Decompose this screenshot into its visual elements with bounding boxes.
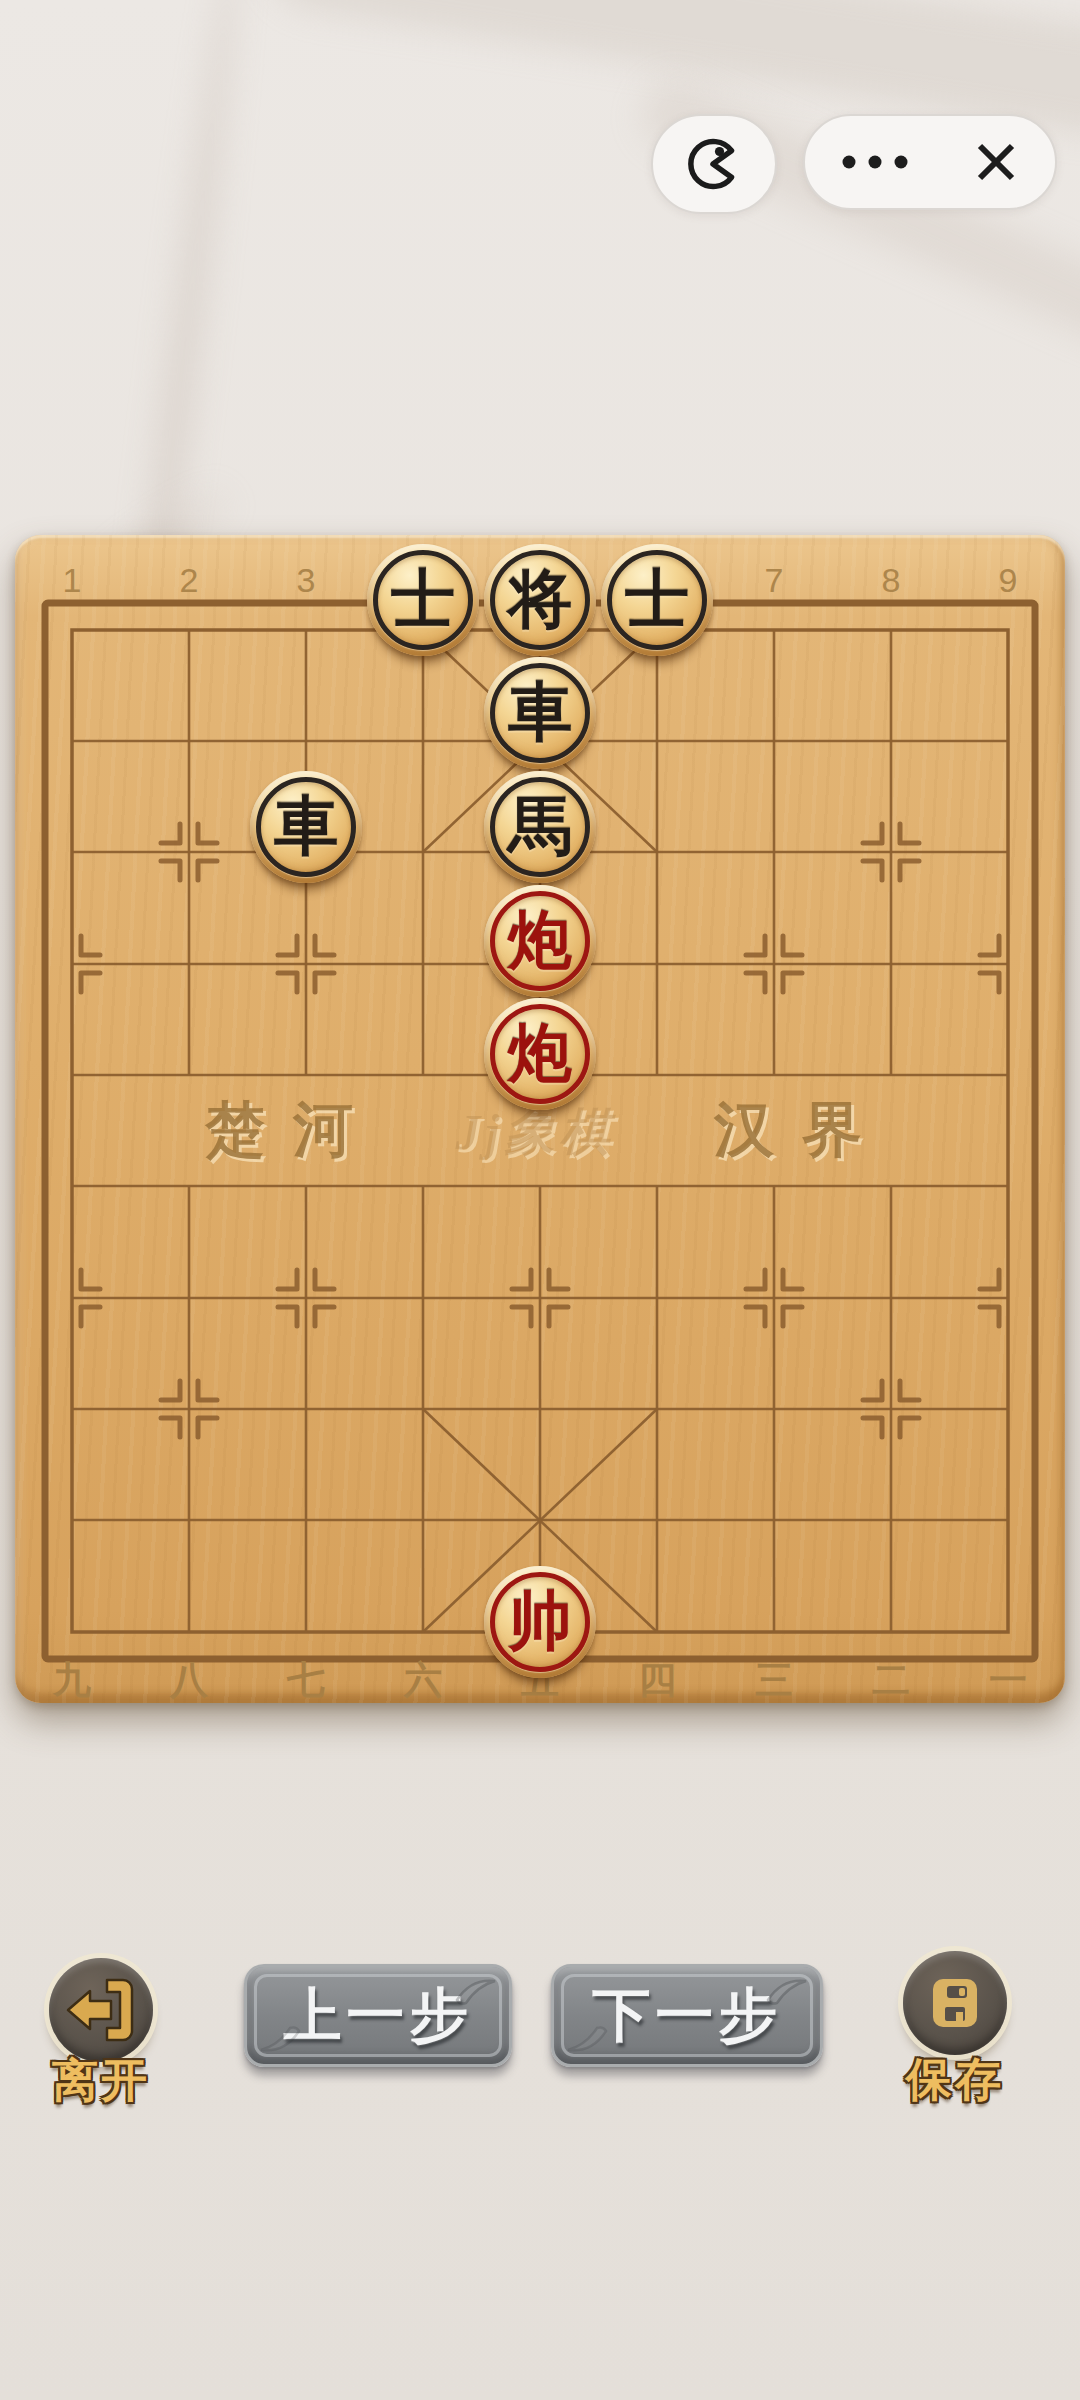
point-marker xyxy=(863,1418,882,1437)
piece-black-士[interactable]: 士 xyxy=(601,544,713,656)
file-label-top-7: 7 xyxy=(765,561,784,599)
point-marker xyxy=(863,824,882,843)
app-logo-watermark: Jj象棋 xyxy=(455,1104,617,1160)
point-marker xyxy=(863,861,882,880)
point-marker xyxy=(278,936,297,955)
point-marker xyxy=(900,1418,919,1437)
leaf-decoration-icon xyxy=(564,2023,610,2057)
point-marker xyxy=(161,1381,180,1400)
point-marker xyxy=(161,1418,180,1437)
point-marker xyxy=(512,1307,531,1326)
point-marker xyxy=(315,1270,334,1289)
leaf-decoration-icon xyxy=(764,1974,810,2008)
point-marker xyxy=(549,1307,568,1326)
pacman-icon xyxy=(682,132,746,196)
three-dots-icon xyxy=(839,152,911,172)
point-marker xyxy=(81,1307,100,1326)
leaf-decoration-icon xyxy=(453,1974,499,2008)
point-marker xyxy=(198,861,217,880)
piece-black-馬[interactable]: 馬 xyxy=(484,771,596,883)
piece-red-帅[interactable]: 帅 xyxy=(484,1566,596,1678)
point-marker xyxy=(278,1307,297,1326)
piece-black-士[interactable]: 士 xyxy=(367,544,479,656)
leaf-decoration-icon xyxy=(257,2023,303,2057)
point-marker xyxy=(315,1307,334,1326)
next-step-button[interactable]: 下一步 xyxy=(551,1964,823,2067)
piece-glyph: 車 xyxy=(484,657,596,769)
point-marker xyxy=(81,936,100,955)
exit-icon xyxy=(63,1972,139,2048)
point-marker xyxy=(315,973,334,992)
file-label-bottom-2: 八 xyxy=(169,1659,209,1701)
file-label-top-9: 9 xyxy=(999,561,1018,599)
save-label: 保存 xyxy=(875,2057,1035,2103)
point-marker xyxy=(900,1381,919,1400)
piece-black-車[interactable]: 車 xyxy=(250,771,362,883)
piece-glyph: 士 xyxy=(367,544,479,656)
close-x-icon xyxy=(971,137,1021,187)
point-marker xyxy=(980,973,999,992)
point-marker xyxy=(81,1270,100,1289)
file-label-bottom-6: 四 xyxy=(638,1659,676,1701)
point-marker xyxy=(783,1270,802,1289)
piece-black-車[interactable]: 車 xyxy=(484,657,596,769)
point-marker xyxy=(980,1270,999,1289)
screen: 楚河 楚河 汉界 汉界 Jj象棋 Jj象棋 123456789九八七六五四三二一… xyxy=(0,0,1080,2400)
point-marker xyxy=(512,1270,531,1289)
river-text-left: 楚河 xyxy=(204,1097,381,1163)
piece-red-炮[interactable]: 炮 xyxy=(484,998,596,1110)
piece-glyph: 炮 xyxy=(484,885,596,997)
point-marker xyxy=(278,973,297,992)
point-marker xyxy=(81,973,100,992)
file-label-top-1: 1 xyxy=(63,561,82,599)
file-label-bottom-1: 九 xyxy=(52,1659,91,1701)
point-marker xyxy=(161,861,180,880)
close-button[interactable] xyxy=(971,137,1021,187)
river-text-right: 汉界 xyxy=(713,1097,890,1163)
piece-glyph: 帅 xyxy=(484,1566,596,1678)
save-floppy-icon xyxy=(919,1967,991,2039)
wechat-capsule xyxy=(803,114,1057,210)
bamboo-watermark xyxy=(630,69,1080,361)
point-marker xyxy=(900,824,919,843)
file-label-top-8: 8 xyxy=(882,561,901,599)
piece-glyph: 車 xyxy=(250,771,362,883)
point-marker xyxy=(863,1381,882,1400)
piece-glyph: 馬 xyxy=(484,771,596,883)
point-marker xyxy=(746,936,765,955)
file-label-top-3: 3 xyxy=(297,561,316,599)
point-marker xyxy=(198,1418,217,1437)
piece-glyph: 将 xyxy=(484,544,596,656)
point-marker xyxy=(315,936,334,955)
file-label-bottom-7: 三 xyxy=(755,1659,793,1701)
point-marker xyxy=(549,1270,568,1289)
prev-step-button[interactable]: 上一步 xyxy=(244,1964,512,2067)
point-marker xyxy=(783,1307,802,1326)
piece-red-炮[interactable]: 炮 xyxy=(484,885,596,997)
xiangqi-board[interactable]: 楚河 楚河 汉界 汉界 Jj象棋 Jj象棋 123456789九八七六五四三二一… xyxy=(15,535,1065,1703)
piece-glyph: 炮 xyxy=(484,998,596,1110)
point-marker xyxy=(746,1270,765,1289)
leave-label: 离开 xyxy=(21,2058,181,2104)
point-marker xyxy=(198,1381,217,1400)
point-marker xyxy=(161,824,180,843)
point-marker xyxy=(980,1307,999,1326)
file-label-top-2: 2 xyxy=(180,561,199,599)
file-label-bottom-9: 一 xyxy=(989,1659,1027,1701)
piece-glyph: 士 xyxy=(601,544,713,656)
point-marker xyxy=(783,973,802,992)
file-label-bottom-3: 七 xyxy=(286,1659,325,1701)
point-marker xyxy=(900,861,919,880)
next-step-label: 下一步 xyxy=(593,1987,782,2045)
restore-button[interactable] xyxy=(651,114,777,214)
point-marker xyxy=(746,1307,765,1326)
point-marker xyxy=(980,936,999,955)
more-button[interactable] xyxy=(839,152,911,172)
piece-black-将[interactable]: 将 xyxy=(484,544,596,656)
point-marker xyxy=(198,824,217,843)
point-marker xyxy=(278,1270,297,1289)
point-marker xyxy=(746,973,765,992)
point-marker xyxy=(783,936,802,955)
file-label-bottom-8: 二 xyxy=(872,1659,910,1701)
file-label-bottom-4: 六 xyxy=(403,1659,442,1701)
prev-step-label: 上一步 xyxy=(284,1987,473,2045)
